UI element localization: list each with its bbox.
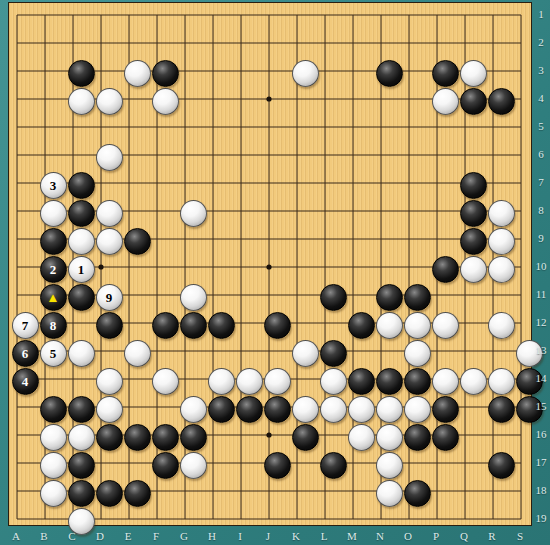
intersection-E18[interactable] — [123, 479, 151, 507]
intersection-D4[interactable] — [95, 87, 123, 115]
intersection-Q18[interactable] — [459, 479, 487, 507]
intersection-H15[interactable] — [207, 395, 235, 423]
intersection-R14[interactable] — [487, 367, 515, 395]
intersection-G16[interactable] — [179, 423, 207, 451]
intersection-K16[interactable] — [291, 423, 319, 451]
intersection-B18[interactable] — [39, 479, 67, 507]
intersection-N1[interactable] — [375, 3, 403, 31]
intersection-R4[interactable] — [487, 87, 515, 115]
intersection-G10[interactable] — [179, 255, 207, 283]
intersection-D5[interactable] — [95, 115, 123, 143]
intersection-R8[interactable] — [487, 199, 515, 227]
intersection-B8[interactable] — [39, 199, 67, 227]
intersection-N9[interactable] — [375, 227, 403, 255]
intersection-M3[interactable] — [347, 59, 375, 87]
intersection-A4[interactable] — [11, 87, 39, 115]
intersection-E16[interactable] — [123, 423, 151, 451]
intersection-F16[interactable] — [151, 423, 179, 451]
intersection-L11[interactable] — [319, 283, 347, 311]
intersection-M16[interactable] — [347, 423, 375, 451]
intersection-D10[interactable] — [95, 255, 123, 283]
intersection-F9[interactable] — [151, 227, 179, 255]
intersection-P10[interactable] — [431, 255, 459, 283]
intersection-I8[interactable] — [235, 199, 263, 227]
intersection-J15[interactable] — [263, 395, 291, 423]
intersection-Q5[interactable] — [459, 115, 487, 143]
intersection-K4[interactable] — [291, 87, 319, 115]
intersection-B10[interactable]: 2 — [39, 255, 67, 283]
intersection-D18[interactable] — [95, 479, 123, 507]
intersection-M4[interactable] — [347, 87, 375, 115]
intersection-A9[interactable] — [11, 227, 39, 255]
intersection-O5[interactable] — [403, 115, 431, 143]
intersection-G17[interactable] — [179, 451, 207, 479]
intersection-A3[interactable] — [11, 59, 39, 87]
intersection-O18[interactable] — [403, 479, 431, 507]
intersection-J18[interactable] — [263, 479, 291, 507]
intersection-L14[interactable] — [319, 367, 347, 395]
intersection-G1[interactable] — [179, 3, 207, 31]
intersection-I9[interactable] — [235, 227, 263, 255]
intersection-A2[interactable] — [11, 31, 39, 59]
intersection-M1[interactable] — [347, 3, 375, 31]
intersection-E14[interactable] — [123, 367, 151, 395]
intersection-O15[interactable] — [403, 395, 431, 423]
intersection-E3[interactable] — [123, 59, 151, 87]
intersection-N6[interactable] — [375, 143, 403, 171]
intersection-H10[interactable] — [207, 255, 235, 283]
intersection-F8[interactable] — [151, 199, 179, 227]
intersection-M13[interactable] — [347, 339, 375, 367]
intersection-C18[interactable] — [67, 479, 95, 507]
intersection-F1[interactable] — [151, 3, 179, 31]
intersection-L15[interactable] — [319, 395, 347, 423]
intersection-F2[interactable] — [151, 31, 179, 59]
intersection-B6[interactable] — [39, 143, 67, 171]
intersection-K15[interactable] — [291, 395, 319, 423]
intersection-J1[interactable] — [263, 3, 291, 31]
intersection-H18[interactable] — [207, 479, 235, 507]
intersection-C17[interactable] — [67, 451, 95, 479]
intersection-A17[interactable] — [11, 451, 39, 479]
intersection-H13[interactable] — [207, 339, 235, 367]
intersection-P1[interactable] — [431, 3, 459, 31]
intersection-L10[interactable] — [319, 255, 347, 283]
intersection-L13[interactable] — [319, 339, 347, 367]
intersection-E12[interactable] — [123, 311, 151, 339]
intersection-H17[interactable] — [207, 451, 235, 479]
intersection-M11[interactable] — [347, 283, 375, 311]
intersection-F12[interactable] — [151, 311, 179, 339]
intersection-P12[interactable] — [431, 311, 459, 339]
intersection-J10[interactable] — [263, 255, 291, 283]
intersection-D1[interactable] — [95, 3, 123, 31]
intersection-G12[interactable] — [179, 311, 207, 339]
intersection-C9[interactable] — [67, 227, 95, 255]
intersection-O12[interactable] — [403, 311, 431, 339]
intersection-J16[interactable] — [263, 423, 291, 451]
intersection-R11[interactable] — [487, 283, 515, 311]
intersection-D7[interactable] — [95, 171, 123, 199]
intersection-J2[interactable] — [263, 31, 291, 59]
intersection-D15[interactable] — [95, 395, 123, 423]
intersection-N13[interactable] — [375, 339, 403, 367]
intersection-F3[interactable] — [151, 59, 179, 87]
intersection-K1[interactable] — [291, 3, 319, 31]
intersection-N16[interactable] — [375, 423, 403, 451]
intersection-K13[interactable] — [291, 339, 319, 367]
intersection-Q7[interactable] — [459, 171, 487, 199]
intersection-L17[interactable] — [319, 451, 347, 479]
intersection-J5[interactable] — [263, 115, 291, 143]
intersection-I7[interactable] — [235, 171, 263, 199]
intersection-R9[interactable] — [487, 227, 515, 255]
intersection-G9[interactable] — [179, 227, 207, 255]
intersection-E2[interactable] — [123, 31, 151, 59]
intersection-H4[interactable] — [207, 87, 235, 115]
intersection-I5[interactable] — [235, 115, 263, 143]
intersection-J9[interactable] — [263, 227, 291, 255]
intersection-R12[interactable] — [487, 311, 515, 339]
intersection-A6[interactable] — [11, 143, 39, 171]
intersection-F13[interactable] — [151, 339, 179, 367]
intersection-C2[interactable] — [67, 31, 95, 59]
intersection-F18[interactable] — [151, 479, 179, 507]
intersection-O3[interactable] — [403, 59, 431, 87]
intersection-K5[interactable] — [291, 115, 319, 143]
intersection-A16[interactable] — [11, 423, 39, 451]
intersection-D12[interactable] — [95, 311, 123, 339]
intersection-D11[interactable]: 9 — [95, 283, 123, 311]
intersection-C14[interactable] — [67, 367, 95, 395]
intersection-F11[interactable] — [151, 283, 179, 311]
intersection-A13[interactable]: 6 — [11, 339, 39, 367]
intersection-D17[interactable] — [95, 451, 123, 479]
intersection-K10[interactable] — [291, 255, 319, 283]
intersection-B16[interactable] — [39, 423, 67, 451]
intersection-E4[interactable] — [123, 87, 151, 115]
intersection-D16[interactable] — [95, 423, 123, 451]
intersection-L16[interactable] — [319, 423, 347, 451]
intersection-M7[interactable] — [347, 171, 375, 199]
intersection-E7[interactable] — [123, 171, 151, 199]
intersection-O13[interactable] — [403, 339, 431, 367]
intersection-N11[interactable] — [375, 283, 403, 311]
intersection-I10[interactable] — [235, 255, 263, 283]
intersection-F15[interactable] — [151, 395, 179, 423]
intersection-L12[interactable] — [319, 311, 347, 339]
intersection-Q6[interactable] — [459, 143, 487, 171]
intersection-B7[interactable]: 3 — [39, 171, 67, 199]
intersection-E13[interactable] — [123, 339, 151, 367]
intersection-C16[interactable] — [67, 423, 95, 451]
intersection-P13[interactable] — [431, 339, 459, 367]
intersection-F6[interactable] — [151, 143, 179, 171]
intersection-E5[interactable] — [123, 115, 151, 143]
intersection-Q15[interactable] — [459, 395, 487, 423]
intersection-M18[interactable] — [347, 479, 375, 507]
intersection-I4[interactable] — [235, 87, 263, 115]
intersection-I14[interactable] — [235, 367, 263, 395]
intersection-Q11[interactable] — [459, 283, 487, 311]
intersection-H9[interactable] — [207, 227, 235, 255]
intersection-C5[interactable] — [67, 115, 95, 143]
intersection-M15[interactable] — [347, 395, 375, 423]
intersection-P17[interactable] — [431, 451, 459, 479]
intersection-M6[interactable] — [347, 143, 375, 171]
intersection-J3[interactable] — [263, 59, 291, 87]
intersection-N3[interactable] — [375, 59, 403, 87]
intersection-N7[interactable] — [375, 171, 403, 199]
intersection-G3[interactable] — [179, 59, 207, 87]
intersection-J14[interactable] — [263, 367, 291, 395]
intersection-R18[interactable] — [487, 479, 515, 507]
intersection-N10[interactable] — [375, 255, 403, 283]
intersection-I18[interactable] — [235, 479, 263, 507]
intersection-E15[interactable] — [123, 395, 151, 423]
intersection-O10[interactable] — [403, 255, 431, 283]
intersection-C6[interactable] — [67, 143, 95, 171]
intersection-N17[interactable] — [375, 451, 403, 479]
intersection-H14[interactable] — [207, 367, 235, 395]
intersection-I6[interactable] — [235, 143, 263, 171]
intersection-N12[interactable] — [375, 311, 403, 339]
intersection-O16[interactable] — [403, 423, 431, 451]
intersection-C10[interactable]: 1 — [67, 255, 95, 283]
intersection-J4[interactable] — [263, 87, 291, 115]
intersection-C13[interactable] — [67, 339, 95, 367]
intersection-Q3[interactable] — [459, 59, 487, 87]
intersection-P16[interactable] — [431, 423, 459, 451]
intersection-R3[interactable] — [487, 59, 515, 87]
intersection-P6[interactable] — [431, 143, 459, 171]
intersection-R6[interactable] — [487, 143, 515, 171]
intersection-P8[interactable] — [431, 199, 459, 227]
intersection-N5[interactable] — [375, 115, 403, 143]
intersection-B11[interactable]: ▲ — [39, 283, 67, 311]
intersection-Q4[interactable] — [459, 87, 487, 115]
intersection-Q12[interactable] — [459, 311, 487, 339]
intersection-I17[interactable] — [235, 451, 263, 479]
intersection-O17[interactable] — [403, 451, 431, 479]
intersection-K12[interactable] — [291, 311, 319, 339]
intersection-D14[interactable] — [95, 367, 123, 395]
intersection-R15[interactable] — [487, 395, 515, 423]
intersection-Q17[interactable] — [459, 451, 487, 479]
intersection-P18[interactable] — [431, 479, 459, 507]
intersection-K8[interactable] — [291, 199, 319, 227]
intersection-I13[interactable] — [235, 339, 263, 367]
intersection-A12[interactable]: 7 — [11, 311, 39, 339]
intersection-B9[interactable] — [39, 227, 67, 255]
intersection-F7[interactable] — [151, 171, 179, 199]
intersection-K18[interactable] — [291, 479, 319, 507]
intersection-J11[interactable] — [263, 283, 291, 311]
intersection-Q1[interactable] — [459, 3, 487, 31]
intersection-J8[interactable] — [263, 199, 291, 227]
intersection-H6[interactable] — [207, 143, 235, 171]
intersection-K3[interactable] — [291, 59, 319, 87]
intersection-L8[interactable] — [319, 199, 347, 227]
intersection-R10[interactable] — [487, 255, 515, 283]
intersection-G5[interactable] — [179, 115, 207, 143]
intersection-P15[interactable] — [431, 395, 459, 423]
intersection-P4[interactable] — [431, 87, 459, 115]
intersection-O6[interactable] — [403, 143, 431, 171]
intersection-M2[interactable] — [347, 31, 375, 59]
intersection-K6[interactable] — [291, 143, 319, 171]
intersection-N2[interactable] — [375, 31, 403, 59]
intersection-C3[interactable] — [67, 59, 95, 87]
intersection-G14[interactable] — [179, 367, 207, 395]
intersection-N8[interactable] — [375, 199, 403, 227]
intersection-A18[interactable] — [11, 479, 39, 507]
intersection-B17[interactable] — [39, 451, 67, 479]
intersection-F10[interactable] — [151, 255, 179, 283]
intersection-Q13[interactable] — [459, 339, 487, 367]
intersection-Q16[interactable] — [459, 423, 487, 451]
intersection-F17[interactable] — [151, 451, 179, 479]
intersection-P2[interactable] — [431, 31, 459, 59]
intersection-B3[interactable] — [39, 59, 67, 87]
intersection-L4[interactable] — [319, 87, 347, 115]
intersection-L7[interactable] — [319, 171, 347, 199]
intersection-M8[interactable] — [347, 199, 375, 227]
intersection-P11[interactable] — [431, 283, 459, 311]
intersection-N4[interactable] — [375, 87, 403, 115]
intersection-A7[interactable] — [11, 171, 39, 199]
intersection-R16[interactable] — [487, 423, 515, 451]
intersection-I3[interactable] — [235, 59, 263, 87]
intersection-H11[interactable] — [207, 283, 235, 311]
intersection-G7[interactable] — [179, 171, 207, 199]
intersection-E17[interactable] — [123, 451, 151, 479]
intersection-C4[interactable] — [67, 87, 95, 115]
intersection-G2[interactable] — [179, 31, 207, 59]
intersection-G15[interactable] — [179, 395, 207, 423]
intersection-D2[interactable] — [95, 31, 123, 59]
intersection-H2[interactable] — [207, 31, 235, 59]
intersection-M12[interactable] — [347, 311, 375, 339]
intersection-D9[interactable] — [95, 227, 123, 255]
intersection-F14[interactable] — [151, 367, 179, 395]
board-grid[interactable]: 321▲978654 — [11, 3, 543, 535]
intersection-E8[interactable] — [123, 199, 151, 227]
intersection-R5[interactable] — [487, 115, 515, 143]
intersection-B13[interactable]: 5 — [39, 339, 67, 367]
intersection-E9[interactable] — [123, 227, 151, 255]
intersection-L3[interactable] — [319, 59, 347, 87]
intersection-D8[interactable] — [95, 199, 123, 227]
intersection-C8[interactable] — [67, 199, 95, 227]
intersection-P14[interactable] — [431, 367, 459, 395]
intersection-P7[interactable] — [431, 171, 459, 199]
intersection-O9[interactable] — [403, 227, 431, 255]
intersection-A1[interactable] — [11, 3, 39, 31]
intersection-K11[interactable] — [291, 283, 319, 311]
intersection-Q9[interactable] — [459, 227, 487, 255]
intersection-R7[interactable] — [487, 171, 515, 199]
intersection-M17[interactable] — [347, 451, 375, 479]
intersection-A11[interactable] — [11, 283, 39, 311]
intersection-O4[interactable] — [403, 87, 431, 115]
intersection-G13[interactable] — [179, 339, 207, 367]
intersection-I12[interactable] — [235, 311, 263, 339]
intersection-D13[interactable] — [95, 339, 123, 367]
intersection-C12[interactable] — [67, 311, 95, 339]
intersection-C7[interactable] — [67, 171, 95, 199]
intersection-O1[interactable] — [403, 3, 431, 31]
intersection-K7[interactable] — [291, 171, 319, 199]
intersection-C1[interactable] — [67, 3, 95, 31]
intersection-G8[interactable] — [179, 199, 207, 227]
intersection-L5[interactable] — [319, 115, 347, 143]
intersection-K17[interactable] — [291, 451, 319, 479]
intersection-R13[interactable] — [487, 339, 515, 367]
intersection-P5[interactable] — [431, 115, 459, 143]
intersection-H1[interactable] — [207, 3, 235, 31]
intersection-N18[interactable] — [375, 479, 403, 507]
intersection-C11[interactable] — [67, 283, 95, 311]
intersection-I15[interactable] — [235, 395, 263, 423]
intersection-O8[interactable] — [403, 199, 431, 227]
intersection-J17[interactable] — [263, 451, 291, 479]
intersection-E6[interactable] — [123, 143, 151, 171]
intersection-K14[interactable] — [291, 367, 319, 395]
intersection-D3[interactable] — [95, 59, 123, 87]
intersection-Q10[interactable] — [459, 255, 487, 283]
intersection-I11[interactable] — [235, 283, 263, 311]
intersection-P3[interactable] — [431, 59, 459, 87]
intersection-N15[interactable] — [375, 395, 403, 423]
intersection-L9[interactable] — [319, 227, 347, 255]
intersection-O14[interactable] — [403, 367, 431, 395]
intersection-I1[interactable] — [235, 3, 263, 31]
intersection-H12[interactable] — [207, 311, 235, 339]
intersection-Q14[interactable] — [459, 367, 487, 395]
intersection-P9[interactable] — [431, 227, 459, 255]
intersection-E10[interactable] — [123, 255, 151, 283]
intersection-H5[interactable] — [207, 115, 235, 143]
intersection-J12[interactable] — [263, 311, 291, 339]
intersection-O7[interactable] — [403, 171, 431, 199]
intersection-B15[interactable] — [39, 395, 67, 423]
intersection-R1[interactable] — [487, 3, 515, 31]
intersection-A15[interactable] — [11, 395, 39, 423]
intersection-B14[interactable] — [39, 367, 67, 395]
intersection-R17[interactable] — [487, 451, 515, 479]
intersection-L6[interactable] — [319, 143, 347, 171]
intersection-L2[interactable] — [319, 31, 347, 59]
intersection-B12[interactable]: 8 — [39, 311, 67, 339]
intersection-I2[interactable] — [235, 31, 263, 59]
intersection-B4[interactable] — [39, 87, 67, 115]
intersection-A5[interactable] — [11, 115, 39, 143]
intersection-M14[interactable] — [347, 367, 375, 395]
intersection-M5[interactable] — [347, 115, 375, 143]
intersection-G4[interactable] — [179, 87, 207, 115]
intersection-A8[interactable] — [11, 199, 39, 227]
intersection-R2[interactable] — [487, 31, 515, 59]
intersection-J7[interactable] — [263, 171, 291, 199]
intersection-L18[interactable] — [319, 479, 347, 507]
intersection-J6[interactable] — [263, 143, 291, 171]
intersection-A10[interactable] — [11, 255, 39, 283]
intersection-H7[interactable] — [207, 171, 235, 199]
intersection-G6[interactable] — [179, 143, 207, 171]
intersection-F4[interactable] — [151, 87, 179, 115]
intersection-N14[interactable] — [375, 367, 403, 395]
